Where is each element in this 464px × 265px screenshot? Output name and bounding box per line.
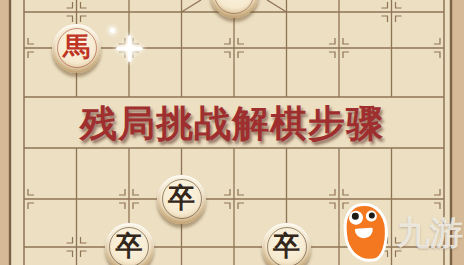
intersection-file4-rank8[interactable] bbox=[155, 230, 208, 264]
intersection-file6-rank7[interactable] bbox=[260, 168, 313, 230]
piece-glyph: 卒 bbox=[116, 233, 143, 260]
intersection-file3-rank7[interactable] bbox=[103, 168, 156, 230]
red-horse[interactable]: 馬 bbox=[52, 24, 101, 73]
intersection-file4-rank4[interactable] bbox=[155, 30, 208, 66]
intersection-file4-rank7[interactable]: 卒 bbox=[155, 168, 208, 230]
9game-watermark: 九游 bbox=[344, 203, 463, 262]
intersection-file4-rank3[interactable] bbox=[155, 0, 208, 30]
intersection-file7-rank3[interactable] bbox=[313, 0, 366, 30]
black-soldier-1[interactable]: 卒 bbox=[157, 175, 206, 224]
intersection-file6-rank3[interactable] bbox=[260, 0, 313, 30]
mascot-smile bbox=[355, 228, 374, 239]
page-title: 残局挑战解棋步骤 bbox=[0, 99, 464, 149]
intersection-file2-rank4[interactable]: 馬 bbox=[50, 30, 103, 66]
intersection-file5-rank8[interactable] bbox=[208, 230, 261, 264]
intersection-file9-rank3[interactable] bbox=[418, 0, 464, 30]
sparkle-dot-icon bbox=[110, 28, 115, 33]
9game-brand-text: 九游 bbox=[397, 216, 463, 249]
intersection-file2-rank8[interactable] bbox=[50, 230, 103, 264]
sparkle-highlight-icon bbox=[116, 35, 143, 62]
piece-glyph: 馬 bbox=[63, 34, 90, 61]
xiangqi-endgame-screenshot: 馬卒卒卒 残局挑战解棋步骤 九游 bbox=[0, 0, 464, 265]
intersection-file5-rank4[interactable] bbox=[208, 30, 261, 66]
mascot-left-eye bbox=[348, 210, 363, 225]
intersection-file1-rank4[interactable] bbox=[0, 30, 50, 66]
intersection-file6-rank8[interactable]: 卒 bbox=[260, 230, 313, 264]
intersection-file2-rank7[interactable] bbox=[50, 168, 103, 230]
intersection-file3-rank3[interactable] bbox=[103, 0, 156, 30]
intersection-file9-rank4[interactable] bbox=[418, 30, 464, 66]
piece-glyph: 卒 bbox=[168, 185, 195, 212]
intersection-file8-rank4[interactable] bbox=[365, 30, 418, 66]
intersection-file6-rank4[interactable] bbox=[260, 30, 313, 66]
intersection-file3-rank8[interactable]: 卒 bbox=[103, 230, 156, 264]
mascot-right-eye bbox=[365, 210, 377, 222]
intersection-file5-rank7[interactable] bbox=[208, 168, 261, 230]
intersection-file8-rank3[interactable] bbox=[365, 0, 418, 30]
9game-mascot-icon bbox=[342, 202, 390, 264]
intersection-file1-rank7[interactable] bbox=[0, 168, 50, 230]
black-soldier-2[interactable]: 卒 bbox=[105, 223, 154, 265]
intersection-file1-rank3[interactable] bbox=[0, 0, 50, 30]
intersection-file1-rank8[interactable] bbox=[0, 230, 50, 264]
intersection-file7-rank4[interactable] bbox=[313, 30, 366, 66]
piece-glyph: 卒 bbox=[273, 233, 300, 260]
